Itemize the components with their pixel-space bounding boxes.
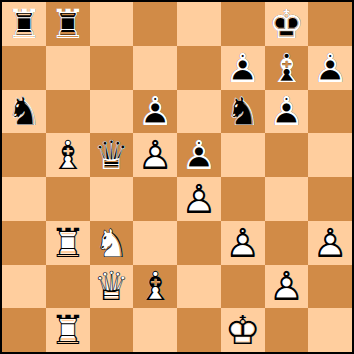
- square-c4[interactable]: [90, 177, 134, 221]
- rook-glyph-outline: ♖: [46, 221, 90, 265]
- bishop-glyph-outline: ♗: [46, 133, 90, 177]
- square-c8[interactable]: [90, 2, 134, 46]
- pawn-glyph-outline: ♙: [265, 90, 309, 134]
- white-bishop-piece[interactable]: ♝♗: [133, 265, 177, 309]
- square-d1[interactable]: [133, 308, 177, 352]
- white-knight-piece[interactable]: ♞♘: [90, 221, 134, 265]
- pawn-glyph-outline: ♙: [133, 133, 177, 177]
- square-h1[interactable]: [308, 308, 352, 352]
- square-b6[interactable]: [46, 90, 90, 134]
- pawn-glyph-outline: ♙: [221, 46, 265, 90]
- square-a4[interactable]: [2, 177, 46, 221]
- square-e2[interactable]: [177, 265, 221, 309]
- pawn-glyph-outline: ♙: [133, 90, 177, 134]
- square-h4[interactable]: [308, 177, 352, 221]
- square-d3[interactable]: [133, 221, 177, 265]
- chess-board: ♜♖♜♖♚♔♟♙♝♗♟♙♞♘♟♙♞♘♟♙♝♗♛♕♟♙♟♙♟♙♜♖♞♘♟♙♟♙♛♕…: [2, 2, 352, 352]
- square-b8[interactable]: ♜♖: [46, 2, 90, 46]
- square-g3[interactable]: [265, 221, 309, 265]
- square-g1[interactable]: [265, 308, 309, 352]
- square-c5[interactable]: ♛♕: [90, 133, 134, 177]
- white-pawn-piece[interactable]: ♟♙: [308, 221, 352, 265]
- knight-glyph-outline: ♘: [90, 221, 134, 265]
- square-e4[interactable]: ♟♙: [177, 177, 221, 221]
- king-glyph-outline: ♔: [221, 308, 265, 352]
- pawn-glyph-outline: ♙: [177, 177, 221, 221]
- square-g5[interactable]: [265, 133, 309, 177]
- white-bishop-piece[interactable]: ♝♗: [46, 133, 90, 177]
- square-e5[interactable]: ♟♙: [177, 133, 221, 177]
- black-knight-piece[interactable]: ♞♘: [221, 90, 265, 134]
- square-b4[interactable]: [46, 177, 90, 221]
- square-h8[interactable]: [308, 2, 352, 46]
- pawn-glyph-outline: ♙: [265, 265, 309, 309]
- square-e7[interactable]: [177, 46, 221, 90]
- square-h5[interactable]: [308, 133, 352, 177]
- square-b5[interactable]: ♝♗: [46, 133, 90, 177]
- white-queen-piece[interactable]: ♛♕: [90, 265, 134, 309]
- square-b1[interactable]: ♜♖: [46, 308, 90, 352]
- square-f5[interactable]: [221, 133, 265, 177]
- square-d2[interactable]: ♝♗: [133, 265, 177, 309]
- black-pawn-piece[interactable]: ♟♙: [177, 133, 221, 177]
- black-pawn-piece[interactable]: ♟♙: [221, 46, 265, 90]
- square-a3[interactable]: [2, 221, 46, 265]
- pawn-glyph-outline: ♙: [308, 221, 352, 265]
- square-f4[interactable]: [221, 177, 265, 221]
- square-a7[interactable]: [2, 46, 46, 90]
- bishop-glyph-outline: ♗: [265, 46, 309, 90]
- square-g7[interactable]: ♝♗: [265, 46, 309, 90]
- square-h3[interactable]: ♟♙: [308, 221, 352, 265]
- white-king-piece[interactable]: ♚♔: [221, 308, 265, 352]
- square-c3[interactable]: ♞♘: [90, 221, 134, 265]
- square-d6[interactable]: ♟♙: [133, 90, 177, 134]
- square-a6[interactable]: ♞♘: [2, 90, 46, 134]
- square-a5[interactable]: [2, 133, 46, 177]
- pawn-glyph-outline: ♙: [221, 221, 265, 265]
- bishop-glyph-outline: ♗: [133, 265, 177, 309]
- square-h6[interactable]: [308, 90, 352, 134]
- square-e6[interactable]: [177, 90, 221, 134]
- white-pawn-piece[interactable]: ♟♙: [177, 177, 221, 221]
- square-d8[interactable]: [133, 2, 177, 46]
- square-b3[interactable]: ♜♖: [46, 221, 90, 265]
- square-g2[interactable]: ♟♙: [265, 265, 309, 309]
- square-e8[interactable]: [177, 2, 221, 46]
- square-a2[interactable]: [2, 265, 46, 309]
- king-glyph-outline: ♔: [265, 2, 309, 46]
- black-rook-piece[interactable]: ♜♖: [46, 2, 90, 46]
- white-rook-piece[interactable]: ♜♖: [46, 308, 90, 352]
- square-b7[interactable]: [46, 46, 90, 90]
- pawn-glyph-outline: ♙: [177, 133, 221, 177]
- queen-glyph-outline: ♕: [90, 133, 134, 177]
- square-c2[interactable]: ♛♕: [90, 265, 134, 309]
- square-f1[interactable]: ♚♔: [221, 308, 265, 352]
- queen-glyph-outline: ♕: [90, 265, 134, 309]
- knight-glyph-outline: ♘: [2, 90, 46, 134]
- square-a1[interactable]: [2, 308, 46, 352]
- pawn-glyph-outline: ♙: [308, 46, 352, 90]
- white-pawn-piece[interactable]: ♟♙: [133, 133, 177, 177]
- square-d7[interactable]: [133, 46, 177, 90]
- white-pawn-piece[interactable]: ♟♙: [265, 265, 309, 309]
- black-queen-piece[interactable]: ♛♕: [90, 133, 134, 177]
- black-pawn-piece[interactable]: ♟♙: [133, 90, 177, 134]
- square-f2[interactable]: [221, 265, 265, 309]
- square-h7[interactable]: ♟♙: [308, 46, 352, 90]
- white-rook-piece[interactable]: ♜♖: [46, 221, 90, 265]
- square-f6[interactable]: ♞♘: [221, 90, 265, 134]
- square-d4[interactable]: [133, 177, 177, 221]
- black-bishop-piece[interactable]: ♝♗: [265, 46, 309, 90]
- square-c1[interactable]: [90, 308, 134, 352]
- square-e3[interactable]: [177, 221, 221, 265]
- square-c7[interactable]: [90, 46, 134, 90]
- rook-glyph-outline: ♖: [2, 2, 46, 46]
- square-g4[interactable]: [265, 177, 309, 221]
- white-pawn-piece[interactable]: ♟♙: [221, 221, 265, 265]
- square-c6[interactable]: [90, 90, 134, 134]
- board-frame: ♜♖♜♖♚♔♟♙♝♗♟♙♞♘♟♙♞♘♟♙♝♗♛♕♟♙♟♙♟♙♜♖♞♘♟♙♟♙♛♕…: [0, 0, 354, 354]
- rook-glyph-outline: ♖: [46, 308, 90, 352]
- black-pawn-piece[interactable]: ♟♙: [308, 46, 352, 90]
- black-pawn-piece[interactable]: ♟♙: [265, 90, 309, 134]
- square-g8[interactable]: ♚♔: [265, 2, 309, 46]
- square-e1[interactable]: [177, 308, 221, 352]
- square-b2[interactable]: [46, 265, 90, 309]
- square-a8[interactable]: ♜♖: [2, 2, 46, 46]
- square-h2[interactable]: [308, 265, 352, 309]
- black-knight-piece[interactable]: ♞♘: [2, 90, 46, 134]
- black-king-piece[interactable]: ♚♔: [265, 2, 309, 46]
- square-f7[interactable]: ♟♙: [221, 46, 265, 90]
- square-g6[interactable]: ♟♙: [265, 90, 309, 134]
- square-d5[interactable]: ♟♙: [133, 133, 177, 177]
- rook-glyph-outline: ♖: [46, 2, 90, 46]
- square-f3[interactable]: ♟♙: [221, 221, 265, 265]
- black-rook-piece[interactable]: ♜♖: [2, 2, 46, 46]
- knight-glyph-outline: ♘: [221, 90, 265, 134]
- square-f8[interactable]: [221, 2, 265, 46]
